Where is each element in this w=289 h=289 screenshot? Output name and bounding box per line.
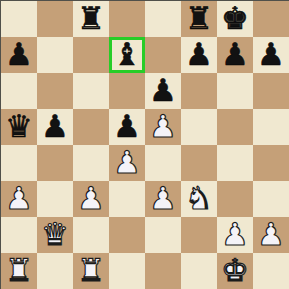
square-h3[interactable] bbox=[253, 181, 289, 217]
square-h6[interactable] bbox=[253, 73, 289, 109]
square-a6[interactable] bbox=[1, 73, 37, 109]
square-f4[interactable] bbox=[181, 145, 217, 181]
piece-black-king[interactable]: ♚ bbox=[221, 3, 249, 34]
square-e8[interactable] bbox=[145, 1, 181, 37]
square-b3[interactable] bbox=[37, 181, 73, 217]
piece-white-king[interactable]: ♚ bbox=[221, 255, 249, 286]
piece-black-pawn[interactable]: ♟ bbox=[149, 75, 177, 106]
piece-black-pawn[interactable]: ♟ bbox=[41, 111, 69, 142]
square-g1[interactable]: ♚ bbox=[217, 253, 253, 289]
square-b6[interactable] bbox=[37, 73, 73, 109]
square-f5[interactable] bbox=[181, 109, 217, 145]
square-e5[interactable]: ♟ bbox=[145, 109, 181, 145]
square-h7[interactable]: ♟ bbox=[253, 37, 289, 73]
square-a3[interactable]: ♟ bbox=[1, 181, 37, 217]
square-e6[interactable]: ♟ bbox=[145, 73, 181, 109]
square-d5[interactable]: ♟ bbox=[109, 109, 145, 145]
piece-white-pawn[interactable]: ♟ bbox=[149, 111, 177, 142]
square-g5[interactable] bbox=[217, 109, 253, 145]
square-a7[interactable]: ♟ bbox=[1, 37, 37, 73]
square-f8[interactable]: ♜ bbox=[181, 1, 217, 37]
square-b1[interactable] bbox=[37, 253, 73, 289]
square-f1[interactable] bbox=[181, 253, 217, 289]
square-a8[interactable] bbox=[1, 1, 37, 37]
square-f6[interactable] bbox=[181, 73, 217, 109]
square-g7[interactable]: ♟ bbox=[217, 37, 253, 73]
square-g3[interactable] bbox=[217, 181, 253, 217]
square-e1[interactable] bbox=[145, 253, 181, 289]
square-d2[interactable] bbox=[109, 217, 145, 253]
piece-white-pawn[interactable]: ♟ bbox=[5, 183, 33, 214]
square-g8[interactable]: ♚ bbox=[217, 1, 253, 37]
square-h4[interactable] bbox=[253, 145, 289, 181]
square-f3[interactable]: ♞ bbox=[181, 181, 217, 217]
square-a4[interactable] bbox=[1, 145, 37, 181]
square-d1[interactable] bbox=[109, 253, 145, 289]
square-d3[interactable] bbox=[109, 181, 145, 217]
square-e3[interactable]: ♟ bbox=[145, 181, 181, 217]
square-h2[interactable]: ♟ bbox=[253, 217, 289, 253]
square-b2[interactable]: ♛ bbox=[37, 217, 73, 253]
piece-white-pawn[interactable]: ♟ bbox=[221, 219, 249, 250]
piece-black-pawn[interactable]: ♟ bbox=[5, 39, 33, 70]
piece-black-pawn[interactable]: ♟ bbox=[221, 39, 249, 70]
square-g4[interactable] bbox=[217, 145, 253, 181]
chess-board: ♜♜♚♟♝♟♟♟♟♛♟♟♟♟♟♟♟♞♛♟♟♜♜♚ bbox=[0, 0, 289, 289]
square-f7[interactable]: ♟ bbox=[181, 37, 217, 73]
piece-white-pawn[interactable]: ♟ bbox=[149, 183, 177, 214]
square-d7[interactable]: ♝ bbox=[109, 37, 145, 73]
square-a5[interactable]: ♛ bbox=[1, 109, 37, 145]
piece-white-rook[interactable]: ♜ bbox=[77, 255, 105, 286]
square-c6[interactable] bbox=[73, 73, 109, 109]
piece-white-knight[interactable]: ♞ bbox=[185, 183, 213, 214]
piece-white-pawn[interactable]: ♟ bbox=[113, 147, 141, 178]
piece-black-queen[interactable]: ♛ bbox=[5, 111, 33, 142]
square-c5[interactable] bbox=[73, 109, 109, 145]
square-c4[interactable] bbox=[73, 145, 109, 181]
square-b4[interactable] bbox=[37, 145, 73, 181]
square-g2[interactable]: ♟ bbox=[217, 217, 253, 253]
square-a1[interactable]: ♜ bbox=[1, 253, 37, 289]
piece-white-rook[interactable]: ♜ bbox=[5, 255, 33, 286]
square-b8[interactable] bbox=[37, 1, 73, 37]
square-b5[interactable]: ♟ bbox=[37, 109, 73, 145]
square-c7[interactable] bbox=[73, 37, 109, 73]
square-e4[interactable] bbox=[145, 145, 181, 181]
piece-black-pawn[interactable]: ♟ bbox=[257, 39, 285, 70]
piece-black-rook[interactable]: ♜ bbox=[185, 3, 213, 34]
piece-white-queen[interactable]: ♛ bbox=[41, 219, 69, 250]
piece-white-pawn[interactable]: ♟ bbox=[77, 183, 105, 214]
piece-black-pawn[interactable]: ♟ bbox=[185, 39, 213, 70]
square-d8[interactable] bbox=[109, 1, 145, 37]
square-c2[interactable] bbox=[73, 217, 109, 253]
square-h8[interactable] bbox=[253, 1, 289, 37]
square-c1[interactable]: ♜ bbox=[73, 253, 109, 289]
square-e7[interactable] bbox=[145, 37, 181, 73]
piece-black-pawn[interactable]: ♟ bbox=[113, 111, 141, 142]
square-f2[interactable] bbox=[181, 217, 217, 253]
square-e2[interactable] bbox=[145, 217, 181, 253]
square-d4[interactable]: ♟ bbox=[109, 145, 145, 181]
square-g6[interactable] bbox=[217, 73, 253, 109]
square-c3[interactable]: ♟ bbox=[73, 181, 109, 217]
piece-black-bishop[interactable]: ♝ bbox=[113, 39, 141, 70]
square-d6[interactable] bbox=[109, 73, 145, 109]
square-a2[interactable] bbox=[1, 217, 37, 253]
square-h5[interactable] bbox=[253, 109, 289, 145]
square-c8[interactable]: ♜ bbox=[73, 1, 109, 37]
piece-white-pawn[interactable]: ♟ bbox=[257, 219, 285, 250]
square-h1[interactable] bbox=[253, 253, 289, 289]
square-b7[interactable] bbox=[37, 37, 73, 73]
piece-black-rook[interactable]: ♜ bbox=[77, 3, 105, 34]
